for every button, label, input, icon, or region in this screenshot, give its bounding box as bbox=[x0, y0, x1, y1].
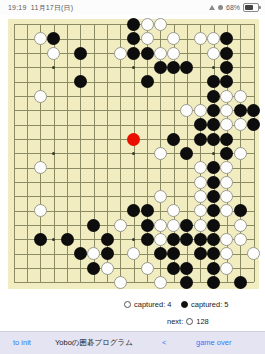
black-stone bbox=[127, 204, 140, 217]
black-stone bbox=[220, 32, 233, 45]
white-stone bbox=[247, 247, 260, 260]
black-stone bbox=[74, 247, 87, 260]
battery-icon bbox=[243, 3, 259, 12]
white-stone bbox=[220, 176, 233, 189]
star-point bbox=[52, 152, 55, 155]
black-stone bbox=[207, 118, 220, 131]
status-time-date: 19:19 11月17日(日) bbox=[8, 3, 73, 13]
black-stone bbox=[127, 18, 140, 31]
white-stone bbox=[154, 219, 167, 232]
white-stone bbox=[167, 204, 180, 217]
white-stone bbox=[234, 219, 247, 232]
black-stone bbox=[167, 233, 180, 246]
star-point bbox=[132, 238, 135, 241]
white-stone bbox=[154, 233, 167, 246]
black-stone bbox=[207, 233, 220, 246]
bottom-toolbar: to init Yoboの囲碁プログラム < game over bbox=[0, 331, 265, 354]
white-stone bbox=[194, 190, 207, 203]
white-stone bbox=[154, 47, 167, 60]
black-stone bbox=[180, 262, 193, 275]
battery-percent: 68% bbox=[226, 4, 240, 11]
white-stone bbox=[141, 32, 154, 45]
black-stone bbox=[207, 104, 220, 117]
date: 11月17日(日) bbox=[31, 4, 74, 11]
star-point bbox=[132, 152, 135, 155]
black-stone bbox=[207, 161, 220, 174]
star-point bbox=[132, 66, 135, 69]
white-stone bbox=[101, 262, 114, 275]
black-stone bbox=[234, 204, 247, 217]
status-bar: 19:19 11月17日(日) 68% bbox=[0, 0, 265, 15]
white-stone bbox=[34, 161, 47, 174]
next-stone-icon bbox=[186, 318, 193, 325]
black-stone bbox=[247, 104, 260, 117]
black-stone bbox=[180, 276, 193, 289]
black-stone bbox=[220, 47, 233, 60]
white-stone bbox=[167, 219, 180, 232]
black-stone bbox=[207, 190, 220, 203]
white-stone bbox=[220, 161, 233, 174]
white-stone bbox=[194, 104, 207, 117]
black-stone bbox=[234, 276, 247, 289]
game-over-button[interactable]: game over bbox=[196, 338, 231, 347]
bluetooth-icon bbox=[218, 5, 223, 10]
white-stone bbox=[194, 32, 207, 45]
black-stone bbox=[180, 61, 193, 74]
back-button[interactable]: < bbox=[162, 338, 166, 347]
black-stone bbox=[180, 219, 193, 232]
black-stone bbox=[61, 233, 74, 246]
black-stone bbox=[87, 262, 100, 275]
black-stone bbox=[220, 147, 233, 160]
black-stone bbox=[207, 176, 220, 189]
white-stone bbox=[194, 204, 207, 217]
next-label: next: bbox=[167, 317, 183, 326]
white-stone bbox=[34, 204, 47, 217]
black-stone bbox=[154, 61, 167, 74]
last-move-red-stone bbox=[127, 133, 140, 146]
black-stone bbox=[127, 32, 140, 45]
black-stone bbox=[207, 204, 220, 217]
to-init-button[interactable]: to init bbox=[13, 338, 31, 347]
black-stone bbox=[207, 75, 220, 88]
black-stone bbox=[207, 247, 220, 260]
white-stone bbox=[207, 47, 220, 60]
black-stone bbox=[167, 61, 180, 74]
black-stone bbox=[247, 118, 260, 131]
white-stone bbox=[141, 18, 154, 31]
black-stone bbox=[167, 262, 180, 275]
white-captured-control: captured: 4 bbox=[124, 300, 172, 309]
white-stone bbox=[220, 233, 233, 246]
white-stone bbox=[114, 276, 127, 289]
white-stone bbox=[34, 32, 47, 45]
black-stone bbox=[127, 47, 140, 60]
white-stone bbox=[34, 90, 47, 103]
star-point bbox=[212, 152, 215, 155]
black-stone-radio-icon[interactable] bbox=[181, 301, 188, 308]
white-stone bbox=[87, 247, 100, 260]
black-stone bbox=[141, 219, 154, 232]
black-stone bbox=[167, 133, 180, 146]
black-stone bbox=[180, 147, 193, 160]
star-point bbox=[52, 66, 55, 69]
white-stone bbox=[234, 118, 247, 131]
white-stone bbox=[167, 32, 180, 45]
white-stone bbox=[220, 204, 233, 217]
black-stone bbox=[101, 247, 114, 260]
black-captured-label: captured: 5 bbox=[191, 300, 229, 309]
white-stone bbox=[194, 219, 207, 232]
black-stone bbox=[220, 61, 233, 74]
white-stone bbox=[234, 90, 247, 103]
black-stone bbox=[154, 247, 167, 260]
star-point bbox=[52, 238, 55, 241]
white-stone bbox=[220, 104, 233, 117]
next-move-control: next: 128 bbox=[167, 317, 209, 326]
screen: 19:19 11月17日(日) 68% captured: 4 captured… bbox=[0, 0, 265, 354]
white-captured-label: captured: 4 bbox=[134, 300, 172, 309]
black-stone bbox=[141, 75, 154, 88]
black-stone bbox=[234, 104, 247, 117]
black-stone bbox=[141, 204, 154, 217]
white-stone bbox=[141, 262, 154, 275]
go-board[interactable] bbox=[8, 19, 259, 289]
white-stone bbox=[220, 247, 233, 260]
white-stone bbox=[194, 176, 207, 189]
clock: 19:19 bbox=[8, 4, 27, 11]
black-stone bbox=[194, 118, 207, 131]
white-stone bbox=[234, 233, 247, 246]
black-captured-control: captured: 5 bbox=[181, 300, 229, 309]
black-stone bbox=[141, 233, 154, 246]
black-stone bbox=[207, 276, 220, 289]
black-stone bbox=[180, 233, 193, 246]
white-stone bbox=[180, 104, 193, 117]
orientation-lock-icon bbox=[209, 5, 215, 10]
black-stone bbox=[194, 247, 207, 260]
white-stone bbox=[234, 147, 247, 160]
status-icons: 68% bbox=[209, 3, 259, 12]
black-stone bbox=[101, 233, 114, 246]
white-stone bbox=[154, 18, 167, 31]
white-stone bbox=[207, 32, 220, 45]
white-stone-radio-icon[interactable] bbox=[124, 301, 131, 308]
black-stone bbox=[207, 133, 220, 146]
black-stone bbox=[194, 233, 207, 246]
white-stone bbox=[194, 161, 207, 174]
white-stone bbox=[114, 47, 127, 60]
white-stone bbox=[220, 90, 233, 103]
black-stone bbox=[207, 219, 220, 232]
white-stone bbox=[220, 262, 233, 275]
black-stone bbox=[74, 75, 87, 88]
white-stone bbox=[47, 47, 60, 60]
white-stone bbox=[114, 219, 127, 232]
black-stone bbox=[74, 47, 87, 60]
black-stone bbox=[207, 262, 220, 275]
white-stone bbox=[154, 276, 167, 289]
white-stone bbox=[220, 190, 233, 203]
black-stone bbox=[87, 219, 100, 232]
black-stone bbox=[220, 133, 233, 146]
white-stone bbox=[154, 147, 167, 160]
white-stone bbox=[167, 47, 180, 60]
next-move-number: 128 bbox=[196, 317, 209, 326]
white-stone bbox=[220, 118, 233, 131]
black-stone bbox=[34, 233, 47, 246]
black-stone bbox=[141, 47, 154, 60]
black-stone bbox=[47, 32, 60, 45]
white-stone bbox=[154, 190, 167, 203]
star-point bbox=[212, 66, 215, 69]
white-stone bbox=[127, 247, 140, 260]
app-title: Yoboの囲碁プログラム bbox=[55, 338, 133, 348]
black-stone bbox=[207, 90, 220, 103]
black-stone bbox=[220, 75, 233, 88]
black-stone bbox=[167, 247, 180, 260]
black-stone bbox=[194, 133, 207, 146]
